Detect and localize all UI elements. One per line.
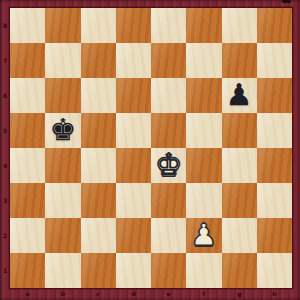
file-label-f: f <box>203 291 206 297</box>
square-c5[interactable] <box>81 113 116 148</box>
square-g5[interactable] <box>222 113 257 148</box>
rank-label-1: 1 <box>3 268 7 274</box>
black-pawn[interactable]: ♟ <box>226 80 253 110</box>
square-g6[interactable]: ♟ <box>222 78 257 113</box>
square-h1[interactable] <box>257 253 292 288</box>
square-b6[interactable] <box>45 78 80 113</box>
square-a6[interactable] <box>10 78 45 113</box>
square-e2[interactable] <box>151 218 186 253</box>
black-king[interactable]: ♚ <box>49 115 76 145</box>
square-f6[interactable] <box>186 78 221 113</box>
square-h3[interactable] <box>257 183 292 218</box>
square-b1[interactable] <box>45 253 80 288</box>
square-c3[interactable] <box>81 183 116 218</box>
square-h8[interactable] <box>257 8 292 43</box>
square-g2[interactable] <box>222 218 257 253</box>
file-label-c: c <box>96 291 100 297</box>
square-g8[interactable] <box>222 8 257 43</box>
square-f5[interactable] <box>186 113 221 148</box>
square-f3[interactable] <box>186 183 221 218</box>
frame-blemish <box>282 0 291 3</box>
board-grid: ♟♚♚♟ <box>10 8 292 288</box>
square-c7[interactable] <box>81 43 116 78</box>
square-g3[interactable] <box>222 183 257 218</box>
square-a2[interactable] <box>10 218 45 253</box>
square-d8[interactable] <box>116 8 151 43</box>
rank-label-2: 2 <box>3 233 7 239</box>
square-h7[interactable] <box>257 43 292 78</box>
rank-label-8: 8 <box>3 23 7 29</box>
square-e8[interactable] <box>151 8 186 43</box>
square-a3[interactable] <box>10 183 45 218</box>
square-h2[interactable] <box>257 218 292 253</box>
square-e3[interactable] <box>151 183 186 218</box>
rank-label-3: 3 <box>3 198 7 204</box>
square-d7[interactable] <box>116 43 151 78</box>
file-label-g: g <box>237 291 241 297</box>
square-a4[interactable] <box>10 148 45 183</box>
white-king[interactable]: ♚ <box>155 150 182 180</box>
square-d2[interactable] <box>116 218 151 253</box>
rank-label-6: 6 <box>3 93 7 99</box>
rank-label-5: 5 <box>3 128 7 134</box>
square-h5[interactable] <box>257 113 292 148</box>
square-e4[interactable]: ♚ <box>151 148 186 183</box>
square-c4[interactable] <box>81 148 116 183</box>
square-d6[interactable] <box>116 78 151 113</box>
square-g7[interactable] <box>222 43 257 78</box>
square-f2[interactable]: ♟ <box>186 218 221 253</box>
square-b5[interactable]: ♚ <box>45 113 80 148</box>
square-b7[interactable] <box>45 43 80 78</box>
square-a8[interactable] <box>10 8 45 43</box>
file-label-a: a <box>26 291 30 297</box>
square-g1[interactable] <box>222 253 257 288</box>
file-label-b: b <box>61 291 65 297</box>
file-label-d: d <box>131 291 135 297</box>
square-a1[interactable] <box>10 253 45 288</box>
square-d3[interactable] <box>116 183 151 218</box>
square-b8[interactable] <box>45 8 80 43</box>
square-b2[interactable] <box>45 218 80 253</box>
square-d5[interactable] <box>116 113 151 148</box>
square-d4[interactable] <box>116 148 151 183</box>
square-e7[interactable] <box>151 43 186 78</box>
square-g4[interactable] <box>222 148 257 183</box>
square-h4[interactable] <box>257 148 292 183</box>
square-c6[interactable] <box>81 78 116 113</box>
square-b3[interactable] <box>45 183 80 218</box>
square-c8[interactable] <box>81 8 116 43</box>
square-f8[interactable] <box>186 8 221 43</box>
square-e6[interactable] <box>151 78 186 113</box>
square-a7[interactable] <box>10 43 45 78</box>
file-label-e: e <box>167 291 171 297</box>
square-e1[interactable] <box>151 253 186 288</box>
file-label-h: h <box>272 291 276 297</box>
chess-board-screenshot: ♟♚♚♟ 87654321 abcdefgh <box>0 0 300 300</box>
rank-label-7: 7 <box>3 58 7 64</box>
square-h6[interactable] <box>257 78 292 113</box>
square-f4[interactable] <box>186 148 221 183</box>
square-f1[interactable] <box>186 253 221 288</box>
square-f7[interactable] <box>186 43 221 78</box>
square-d1[interactable] <box>116 253 151 288</box>
square-c1[interactable] <box>81 253 116 288</box>
white-pawn[interactable]: ♟ <box>190 220 217 250</box>
square-b4[interactable] <box>45 148 80 183</box>
square-a5[interactable] <box>10 113 45 148</box>
rank-label-4: 4 <box>3 163 7 169</box>
square-c2[interactable] <box>81 218 116 253</box>
square-e5[interactable] <box>151 113 186 148</box>
